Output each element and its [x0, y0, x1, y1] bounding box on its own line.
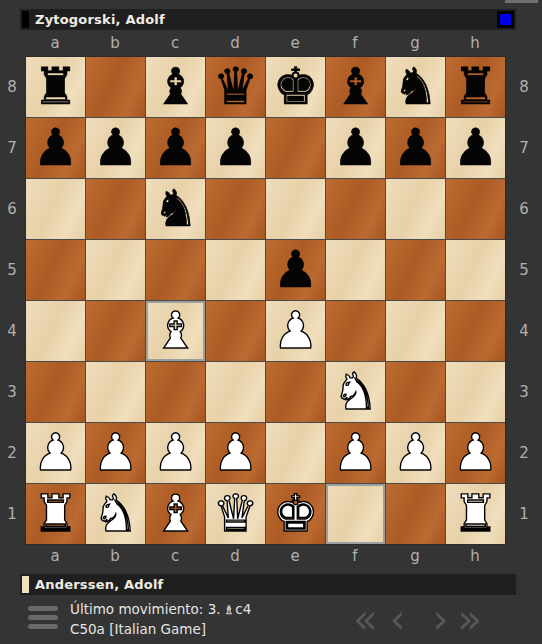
file-labels-bottom: abcdefgh — [25, 546, 505, 566]
nav-prev-button[interactable]: ‹ — [390, 597, 406, 641]
white-rook: ♜ — [33, 485, 79, 543]
square-h7[interactable]: ♟ — [446, 118, 505, 178]
square-g2[interactable]: ♟ — [386, 423, 445, 483]
square-g5[interactable] — [386, 240, 445, 300]
square-f3[interactable]: ♞ — [326, 362, 385, 422]
black-pawn: ♟ — [213, 119, 259, 177]
white-pawn: ♟ — [273, 302, 319, 360]
square-a1[interactable]: ♜ — [26, 484, 85, 544]
black-pawn: ♟ — [273, 241, 319, 299]
rank-labels-right: 87654321 — [506, 56, 542, 544]
black-player-name: Zytogorski, Adolf — [35, 12, 165, 27]
white-side-indicator — [22, 576, 29, 593]
square-f7[interactable]: ♟ — [326, 118, 385, 178]
chess-board: ♜♝♛♚♝♞♜♟♟♟♟♟♟♟♞♟♝♟♞♟♟♟♟♟♟♟♜♞♝♛♚♜ — [25, 56, 506, 545]
move-navigation: « ‹ › » — [353, 597, 482, 641]
file-label-h: h — [445, 33, 505, 53]
square-b6[interactable] — [86, 179, 145, 239]
square-d6[interactable] — [206, 179, 265, 239]
rank-label-1: 1 — [506, 483, 542, 544]
nav-last-button[interactable]: » — [458, 597, 482, 641]
square-d8[interactable]: ♛ — [206, 57, 265, 117]
rank-label-6: 6 — [0, 178, 24, 239]
file-label-b: b — [85, 546, 145, 566]
white-knight: ♞ — [93, 485, 139, 543]
menu-icon — [28, 615, 58, 620]
game-status-text: Último movimiento: 3.♗c4 C50a [Italian G… — [70, 600, 251, 639]
square-a3[interactable] — [26, 362, 85, 422]
square-a8[interactable]: ♜ — [26, 57, 85, 117]
file-label-e: e — [265, 546, 325, 566]
file-label-g: g — [385, 33, 445, 53]
rank-label-8: 8 — [506, 56, 542, 117]
square-f1[interactable] — [326, 484, 385, 544]
rank-label-5: 5 — [0, 239, 24, 300]
black-pawn: ♟ — [33, 119, 79, 177]
square-g1[interactable] — [386, 484, 445, 544]
square-g7[interactable]: ♟ — [386, 118, 445, 178]
last-move-label: Último movimiento: 3. — [70, 601, 221, 617]
square-c8[interactable]: ♝ — [146, 57, 205, 117]
square-e5[interactable]: ♟ — [266, 240, 325, 300]
black-pawn: ♟ — [93, 119, 139, 177]
white-player-bar[interactable]: Anderssen, Adolf — [20, 574, 516, 595]
square-f5[interactable] — [326, 240, 385, 300]
square-c2[interactable]: ♟ — [146, 423, 205, 483]
rank-label-7: 7 — [506, 117, 542, 178]
blue-status-square — [500, 14, 511, 25]
white-pawn: ♟ — [153, 424, 199, 482]
square-b3[interactable] — [86, 362, 145, 422]
bishop-figurine-icon: ♗ — [224, 603, 235, 617]
white-rook: ♜ — [453, 485, 499, 543]
file-label-b: b — [85, 33, 145, 53]
file-label-f: f — [325, 33, 385, 53]
black-queen: ♛ — [213, 58, 259, 116]
square-f8[interactable]: ♝ — [326, 57, 385, 117]
square-c6[interactable]: ♞ — [146, 179, 205, 239]
white-player-name: Anderssen, Adolf — [35, 577, 163, 592]
square-e8[interactable]: ♚ — [266, 57, 325, 117]
square-e6[interactable] — [266, 179, 325, 239]
rank-label-3: 3 — [0, 361, 24, 422]
square-f6[interactable] — [326, 179, 385, 239]
white-pawn: ♟ — [333, 424, 379, 482]
square-b2[interactable]: ♟ — [86, 423, 145, 483]
last-move-target: c4 — [235, 601, 251, 617]
square-d1[interactable]: ♛ — [206, 484, 265, 544]
square-c4[interactable]: ♝ — [146, 301, 205, 361]
square-g3[interactable] — [386, 362, 445, 422]
black-side-indicator — [22, 11, 29, 28]
white-bishop: ♝ — [153, 485, 199, 543]
square-e3[interactable] — [266, 362, 325, 422]
square-b1[interactable]: ♞ — [86, 484, 145, 544]
square-h4[interactable] — [446, 301, 505, 361]
rank-label-8: 8 — [0, 56, 24, 117]
rank-labels-left: 87654321 — [0, 56, 24, 544]
file-label-c: c — [145, 33, 205, 53]
rank-label-4: 4 — [0, 300, 24, 361]
square-h1[interactable]: ♜ — [446, 484, 505, 544]
square-f2[interactable]: ♟ — [326, 423, 385, 483]
nav-next-button[interactable]: › — [433, 597, 449, 641]
black-pawn: ♟ — [453, 119, 499, 177]
square-b4[interactable] — [86, 301, 145, 361]
rank-label-2: 2 — [506, 422, 542, 483]
file-label-d: d — [205, 33, 265, 53]
white-pawn: ♟ — [93, 424, 139, 482]
chess-app-window: Zytogorski, Adolf abcdefgh 87654321 8765… — [0, 0, 542, 644]
black-bishop: ♝ — [333, 58, 379, 116]
rank-label-7: 7 — [0, 117, 24, 178]
file-label-c: c — [145, 546, 205, 566]
square-c1[interactable]: ♝ — [146, 484, 205, 544]
rank-label-1: 1 — [0, 483, 24, 544]
black-bishop: ♝ — [153, 58, 199, 116]
square-d2[interactable]: ♟ — [206, 423, 265, 483]
square-e4[interactable]: ♟ — [266, 301, 325, 361]
rank-label-3: 3 — [506, 361, 542, 422]
black-rook: ♜ — [453, 58, 499, 116]
square-d3[interactable] — [206, 362, 265, 422]
menu-button[interactable] — [28, 606, 58, 629]
file-labels-top: abcdefgh — [25, 33, 505, 53]
square-a7[interactable]: ♟ — [26, 118, 85, 178]
square-h5[interactable] — [446, 240, 505, 300]
square-f4[interactable] — [326, 301, 385, 361]
square-h8[interactable]: ♜ — [446, 57, 505, 117]
black-pawn: ♟ — [333, 119, 379, 177]
square-g8[interactable]: ♞ — [386, 57, 445, 117]
file-label-a: a — [25, 33, 85, 53]
white-pawn: ♟ — [453, 424, 499, 482]
square-a2[interactable]: ♟ — [26, 423, 85, 483]
file-label-a: a — [25, 546, 85, 566]
window-edge-strip — [505, 0, 538, 3]
white-pawn: ♟ — [393, 424, 439, 482]
black-player-bar[interactable]: Zytogorski, Adolf — [20, 9, 516, 30]
black-knight: ♞ — [153, 180, 199, 238]
square-d7[interactable]: ♟ — [206, 118, 265, 178]
file-label-h: h — [445, 546, 505, 566]
file-label-f: f — [325, 546, 385, 566]
white-knight: ♞ — [333, 363, 379, 421]
white-queen: ♛ — [213, 485, 259, 543]
square-e2[interactable] — [266, 423, 325, 483]
nav-first-button[interactable]: « — [353, 597, 377, 641]
square-b8[interactable] — [86, 57, 145, 117]
black-rook: ♜ — [33, 58, 79, 116]
white-bishop: ♝ — [153, 302, 199, 360]
black-pawn: ♟ — [153, 119, 199, 177]
square-g4[interactable] — [386, 301, 445, 361]
square-d4[interactable] — [206, 301, 265, 361]
square-e1[interactable]: ♚ — [266, 484, 325, 544]
square-a5[interactable] — [26, 240, 85, 300]
white-pawn: ♟ — [33, 424, 79, 482]
square-h3[interactable] — [446, 362, 505, 422]
file-label-g: g — [385, 546, 445, 566]
square-c3[interactable] — [146, 362, 205, 422]
black-king: ♚ — [273, 58, 319, 116]
white-king: ♚ — [273, 485, 319, 543]
rank-label-2: 2 — [0, 422, 24, 483]
square-e7[interactable] — [266, 118, 325, 178]
square-c7[interactable]: ♟ — [146, 118, 205, 178]
black-pawn: ♟ — [393, 119, 439, 177]
square-b5[interactable] — [86, 240, 145, 300]
status-square-frame — [497, 11, 514, 28]
eco-opening-line: C50a [Italian Game] — [70, 620, 251, 639]
square-d5[interactable] — [206, 240, 265, 300]
square-a6[interactable] — [26, 179, 85, 239]
square-a4[interactable] — [26, 301, 85, 361]
black-knight: ♞ — [393, 58, 439, 116]
square-g6[interactable] — [386, 179, 445, 239]
file-label-e: e — [265, 33, 325, 53]
square-b7[interactable]: ♟ — [86, 118, 145, 178]
white-pawn: ♟ — [213, 424, 259, 482]
rank-label-6: 6 — [506, 178, 542, 239]
menu-icon — [28, 624, 58, 629]
menu-icon — [28, 606, 58, 611]
square-h6[interactable] — [446, 179, 505, 239]
rank-label-5: 5 — [506, 239, 542, 300]
rank-label-4: 4 — [506, 300, 542, 361]
last-move-line: Último movimiento: 3.♗c4 — [70, 600, 251, 620]
square-h2[interactable]: ♟ — [446, 423, 505, 483]
square-c5[interactable] — [146, 240, 205, 300]
file-label-d: d — [205, 546, 265, 566]
